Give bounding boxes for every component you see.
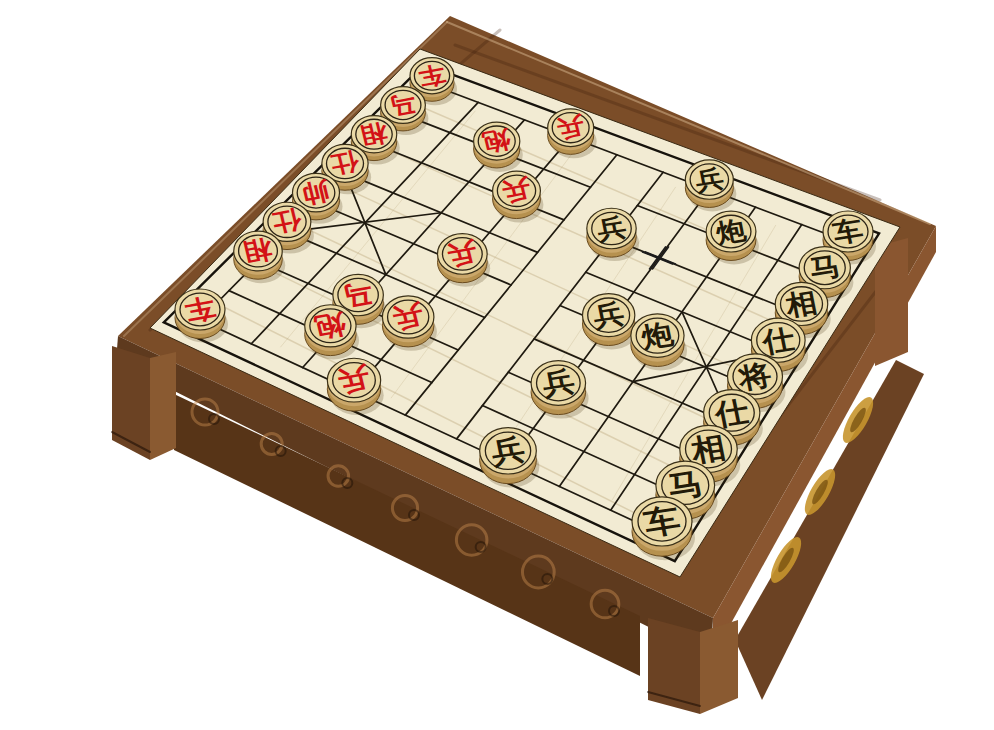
piece-red-soldier-f9r4[interactable]: 兵 xyxy=(327,358,383,415)
piece-black-soldier-f7r7[interactable]: 兵 xyxy=(531,361,589,419)
piece-black-soldier-f5r7[interactable]: 兵 xyxy=(583,294,638,350)
piece-red-soldier-f3r4[interactable]: 兵 xyxy=(493,171,544,222)
piece-glyph-chariot: 车 xyxy=(829,214,865,249)
piece-glyph-soldier: 兵 xyxy=(538,364,577,401)
table-leg-front-side xyxy=(700,620,738,714)
piece-glyph-elephant: 相 xyxy=(782,286,820,322)
piece-glyph-chariot: 车 xyxy=(640,501,683,542)
piece-red-soldier-f1r4[interactable]: 兵 xyxy=(548,109,597,158)
piece-black-cannon-f2r8[interactable]: 炮 xyxy=(706,211,759,264)
piece-black-soldier-f3r6[interactable]: 兵 xyxy=(587,208,639,261)
piece-black-cannon-f5r8[interactable]: 炮 xyxy=(631,314,687,371)
piece-black-soldier-f1r7[interactable]: 兵 xyxy=(685,160,736,211)
piece-red-cannon-f2r3[interactable]: 炮 xyxy=(474,122,523,172)
piece-black-soldier-f9r7[interactable]: 兵 xyxy=(480,428,540,488)
piece-glyph-soldier: 兵 xyxy=(593,212,628,245)
piece-glyph-soldier: 兵 xyxy=(589,297,627,333)
piece-red-elephant-f7r1[interactable]: 相 xyxy=(234,231,286,283)
piece-red-chariot-f9r1[interactable]: 车 xyxy=(175,289,228,342)
piece-glyph-cannon: 炮 xyxy=(638,317,677,353)
piece-red-cannon-f8r3[interactable]: 炮 xyxy=(305,305,359,360)
piece-glyph-soldier: 兵 xyxy=(488,432,528,470)
piece-glyph-cannon: 炮 xyxy=(712,214,748,249)
piece-black-chariot-f9r10[interactable]: 车 xyxy=(632,497,695,560)
xiangqi-table-scene: 车马兵相炮仕兵兵帅仕兵车炮相兵马马相车兵兵炮炮仕将兵兵仕相兵马车 xyxy=(0,0,994,730)
table-leg-left-side xyxy=(150,352,176,460)
piece-glyph-horse: 马 xyxy=(807,250,843,285)
piece-red-soldier-f7r4[interactable]: 兵 xyxy=(382,296,437,351)
piece-glyph-soldier: 兵 xyxy=(691,163,726,196)
piece-red-soldier-f5r4[interactable]: 兵 xyxy=(438,234,491,287)
scene-svg: 车马兵相炮仕兵兵帅仕兵车炮相兵马马相车兵兵炮炮仕将兵兵仕相兵马车 xyxy=(0,0,994,730)
